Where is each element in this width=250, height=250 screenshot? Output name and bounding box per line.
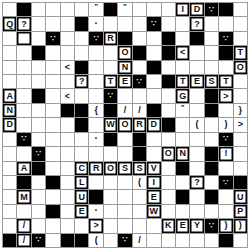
grid-cell-r10c14[interactable] [190,133,204,147]
letter-cell-r4c17[interactable]: T [234,46,248,60]
grid-cell-r17c12[interactable] [162,234,176,248]
grid-cell-r11c2[interactable] [17,147,31,161]
face-cell-r17c3[interactable]: ∵ [32,234,46,248]
letter-cell-r12c9[interactable]: S [118,162,132,176]
symbol-cell-r5c5[interactable]: < [61,61,75,75]
grid-cell-r4c14[interactable] [190,46,204,60]
black-cell-r13c2[interactable] [17,176,31,190]
grid-cell-r17c13[interactable] [176,234,190,248]
grid-cell-r14c8[interactable] [104,190,118,204]
face-cell-r10c2[interactable]: ∵ [17,133,31,147]
symbol-cell-r2c14[interactable]: ? [190,17,204,31]
grid-cell-r14c3[interactable] [32,190,46,204]
grid-cell-r5c4[interactable] [46,61,60,75]
grid-cell-r13c13[interactable] [176,176,190,190]
dots-face-icon: ∵ [223,135,228,143]
dots-face-icon: ∵ [223,179,228,187]
grid-cell-r5c12[interactable] [162,61,176,75]
grid-cell-r10c1[interactable] [3,133,17,147]
black-cell-r14c7[interactable] [89,190,103,204]
symbol-cell-r16c16[interactable]: ) [219,219,233,233]
symbol-cell-r2c7[interactable]: · [89,17,103,31]
grid-cell-r4c7[interactable] [89,46,103,60]
grid-cell-r7c12[interactable] [162,89,176,103]
grid-cell-r15c13[interactable] [176,205,190,219]
letter-cell-r15c11[interactable]: W [147,205,161,219]
grid-cell-r1c5[interactable] [61,3,75,17]
grid-cell-r9c5[interactable] [61,118,75,132]
grid-cell-r6c2[interactable] [17,75,31,89]
black-cell-r4c10[interactable] [133,46,147,60]
grid-cell-r6c7[interactable] [89,75,103,89]
black-cell-r10c8[interactable] [104,133,118,147]
grid-cell-r2c12[interactable] [162,17,176,31]
grid-cell-r16c6[interactable] [75,219,89,233]
grid-cell-r12c14[interactable] [190,162,204,176]
face-cell-r7c8[interactable]: ∵ [104,89,118,103]
grid-cell-r17c17[interactable] [234,234,248,248]
grid-cell-r15c8[interactable] [104,205,118,219]
symbol-cell-r1c7[interactable]: " [89,3,103,17]
grid-cell-r10c4[interactable] [46,133,60,147]
black-cell-r8c6[interactable] [75,104,89,118]
grid-cell-r1c11[interactable] [147,3,161,17]
black-cell-r17c6[interactable] [75,234,89,248]
grid-cell-r10c15[interactable] [205,133,219,147]
grid-cell-r3c3[interactable] [32,32,46,46]
symbol-cell-r7c5[interactable]: < [61,89,75,103]
grid-cell-r13c1[interactable] [3,176,17,190]
face-cell-r6c10[interactable]: ∵ [133,75,147,89]
grid-cell-r1c3[interactable] [32,3,46,17]
grid-cell-r10c11[interactable] [147,133,161,147]
grid-cell-r14c10[interactable] [133,190,147,204]
grid-cell-r3c6[interactable] [75,32,89,46]
symbol-cell-r16c7[interactable]: > [89,219,103,233]
grid-cell-r5c14[interactable] [190,61,204,75]
symbol-cell-r15c7[interactable]: · [89,205,103,219]
black-cell-r11c10[interactable] [133,147,147,161]
black-cell-r1c8[interactable] [104,3,118,17]
grid-cell-r3c13[interactable] [176,32,190,46]
letter-cell-r6c9[interactable]: E [118,75,132,89]
grid-cell-r17c8[interactable] [104,234,118,248]
face-cell-r13c16[interactable]: ∵ [219,176,233,190]
grid-cell-r13c15[interactable] [205,176,219,190]
letter-cell-r7c1[interactable]: A [3,89,17,103]
grid-cell-r6c5[interactable] [61,75,75,89]
letter-cell-r12c11[interactable]: V [147,162,161,176]
black-cell-r6c12[interactable] [162,75,176,89]
grid-cell-r2c4[interactable] [46,17,60,31]
letter-cell-r9c8[interactable]: W [104,118,118,132]
grid-cell-r5c8[interactable] [104,61,118,75]
dots-face-icon: ∵ [36,150,41,158]
grid-cell-r2c15[interactable] [205,17,219,31]
letter-cell-r16c12[interactable]: K [162,219,176,233]
grid-cell-r9c13[interactable] [176,118,190,132]
letter-cell-r6c8[interactable]: T [104,75,118,89]
symbol-cell-r17c7[interactable]: ( [89,234,103,248]
black-cell-r1c2[interactable] [17,3,31,17]
grid-cell-r7c4[interactable] [46,89,60,103]
black-cell-r7c3[interactable] [32,89,46,103]
letter-cell-r5c9[interactable]: N [118,61,132,75]
grid-cell-r4c2[interactable] [17,46,31,60]
grid-cell-r2c16[interactable] [219,17,233,31]
grid-cell-r14c16[interactable] [219,190,233,204]
grid-cell-r1c17[interactable] [234,3,248,17]
grid-cell-r14c5[interactable] [61,190,75,204]
grid-cell-r5c2[interactable] [17,61,31,75]
grid-cell-r1c12[interactable] [162,3,176,17]
face-cell-r1c15[interactable]: ∵ [205,3,219,17]
letter-cell-r14c17[interactable]: U [234,190,248,204]
black-cell-r3c12[interactable] [162,32,176,46]
grid-cell-r15c10[interactable] [133,205,147,219]
grid-cell-r7c7[interactable] [89,89,103,103]
grid-cell-r17c15[interactable] [205,234,219,248]
grid-cell-r7c14[interactable] [190,89,204,103]
letter-cell-r5c17[interactable]: O [234,61,248,75]
symbol-cell-r10c7[interactable]: · [89,133,103,147]
black-cell-r12c15[interactable] [205,162,219,176]
grid-cell-r8c2[interactable] [17,104,31,118]
grid-cell-r2c5[interactable] [61,17,75,31]
grid-cell-r6c17[interactable] [234,75,248,89]
grid-cell-r7c11[interactable] [147,89,161,103]
grid-cell-r14c14[interactable] [190,190,204,204]
symbol-cell-r9c17[interactable]: > [234,118,248,132]
grid-cell-r7c10[interactable] [133,89,147,103]
grid-cell-r10c17[interactable] [234,133,248,147]
letter-cell-r3c8[interactable]: R [104,32,118,46]
grid-cell-r2c13[interactable] [176,17,190,31]
black-cell-r5c6[interactable] [75,61,89,75]
black-cell-r17c5[interactable] [61,234,75,248]
grid-cell-r15c5[interactable] [61,205,75,219]
grid-cell-r6c1[interactable] [3,75,17,89]
symbol-cell-r8c10[interactable]: / [133,104,147,118]
letter-cell-r13c6[interactable]: L [75,176,89,190]
letter-cell-r1c14[interactable]: D [190,3,204,17]
letter-cell-r15c17[interactable]: P [234,205,248,219]
grid-cell-r16c9[interactable] [118,219,132,233]
black-cell-r1c16[interactable] [219,3,233,17]
black-cell-r8c5[interactable] [61,104,75,118]
grid-cell-r13c8[interactable] [104,176,118,190]
black-cell-r13c17[interactable] [234,176,248,190]
grid-cell-r14c9[interactable] [118,190,132,204]
black-cell-r4c3[interactable] [32,46,46,60]
grid-cell-r11c11[interactable] [147,147,161,161]
letter-cell-r4c9[interactable]: O [118,46,132,60]
black-cell-r4c12[interactable] [162,46,176,60]
letter-cell-r14c2[interactable]: M [17,190,31,204]
grid-cell-r16c3[interactable] [32,219,46,233]
grid-cell-r8c12[interactable] [162,104,176,118]
grid-cell-r16c10[interactable] [133,219,147,233]
face-cell-r17c9[interactable]: ∵ [118,234,132,248]
black-cell-r12c13[interactable] [176,162,190,176]
black-cell-r3c9[interactable] [118,32,132,46]
grid-cell-r14c4[interactable] [46,190,60,204]
black-cell-r3c14[interactable] [190,32,204,46]
grid-cell-r11c8[interactable] [104,147,118,161]
grid-cell-r17c11[interactable] [147,234,161,248]
dots-face-icon: ∵ [223,35,228,43]
grid-cell-r12c4[interactable] [46,162,60,176]
letter-cell-r12c2[interactable]: A [17,162,31,176]
grid-cell-r11c5[interactable] [61,147,75,161]
letter-cell-r6c16[interactable]: T [219,75,233,89]
grid-cell-r10c3[interactable] [32,133,46,147]
grid-cell-r4c15[interactable] [205,46,219,60]
grid-cell-r16c8[interactable] [104,219,118,233]
grid-cell-r17c14[interactable] [190,234,204,248]
grid-cell-r1c6[interactable] [75,3,89,17]
dots-face-icon: ∵ [122,236,127,244]
grid-cell-r5c10[interactable] [133,61,147,75]
black-cell-r9c12[interactable] [162,118,176,132]
grid-cell-r9c2[interactable] [17,118,31,132]
letter-cell-r7c13[interactable]: G [176,89,190,103]
black-cell-r7c15[interactable] [205,89,219,103]
symbol-cell-r8c13[interactable]: " [176,104,190,118]
grid-cell-r7c17[interactable] [234,89,248,103]
grid-cell-r8c16[interactable] [219,104,233,118]
letter-cell-r11c13[interactable]: N [176,147,190,161]
black-cell-r5c11[interactable] [147,61,161,75]
symbol-cell-r9c16[interactable]: ) [219,118,233,132]
letter-cell-r12c6[interactable]: C [75,162,89,176]
symbol-cell-r7c16[interactable]: > [219,89,233,103]
letter-cell-r2c1[interactable]: Q [3,17,17,31]
dots-face-icon: ∵ [209,6,214,14]
grid-cell-r5c13[interactable] [176,61,190,75]
black-cell-r9c6[interactable] [75,118,89,132]
grid-cell-r7c2[interactable] [17,89,31,103]
grid-cell-r3c11[interactable] [147,32,161,46]
symbol-cell-r17c10[interactable]: / [133,234,147,248]
black-cell-r14c13[interactable] [176,190,190,204]
grid-cell-r7c9[interactable] [118,89,132,103]
grid-cell-r15c15[interactable] [205,205,219,219]
grid-cell-r10c6[interactable] [75,133,89,147]
symbol-cell-r4c13[interactable]: < [176,46,190,60]
letter-cell-r12c7[interactable]: R [89,162,103,176]
grid-cell-r14c1[interactable] [3,190,17,204]
letter-cell-r12c10[interactable]: S [133,162,147,176]
grid-cell-r12c16[interactable] [219,162,233,176]
symbol-cell-r13c10[interactable]: ( [133,176,147,190]
grid-cell-r12c17[interactable] [234,162,248,176]
grid-cell-r10c12[interactable] [162,133,176,147]
grid-cell-r11c1[interactable] [3,147,17,161]
grid-cell-r11c14[interactable] [190,147,204,161]
grid-cell-r10c5[interactable] [61,133,75,147]
face-cell-r16c15[interactable]: ∵ [205,219,219,233]
black-cell-r2c6[interactable] [75,17,89,31]
grid-cell-r15c1[interactable] [3,205,17,219]
symbol-cell-r16c2[interactable]: / [17,219,31,233]
black-cell-r4c16[interactable] [219,46,233,60]
letter-cell-r14c6[interactable]: U [75,190,89,204]
black-cell-r10c10[interactable] [133,133,147,147]
grid-cell-r13c5[interactable] [61,176,75,190]
black-cell-r11c15[interactable] [205,147,219,161]
grid-cell-r15c14[interactable] [190,205,204,219]
grid-cell-r2c9[interactable] [118,17,132,31]
black-cell-r14c15[interactable] [205,190,219,204]
grid-cell-r3c17[interactable] [234,32,248,46]
grid-cell-r2c3[interactable] [32,17,46,31]
grid-cell-r17c4[interactable] [46,234,60,248]
grid-cell-r9c7[interactable] [89,118,103,132]
grid-cell-r8c14[interactable] [190,104,204,118]
grid-cell-r4c5[interactable] [61,46,75,60]
grid-cell-r15c9[interactable] [118,205,132,219]
letter-cell-r9c9[interactable]: O [118,118,132,132]
grid-cell-r1c4[interactable] [46,3,60,17]
face-cell-r3c16[interactable]: ∵ [219,32,233,46]
grid-cell-r2c8[interactable] [104,17,118,31]
symbol-cell-r9c14[interactable]: ( [190,118,204,132]
face-cell-r2c11[interactable]: ∵ [147,17,161,31]
grid-cell-r14c12[interactable] [162,190,176,204]
letter-cell-r16c14[interactable]: Y [190,219,204,233]
dots-face-icon: ∵ [50,35,55,43]
letter-cell-r9c1[interactable]: D [3,118,17,132]
letter-cell-r6c14[interactable]: E [190,75,204,89]
letter-cell-r11c12[interactable]: O [162,147,176,161]
grid-cell-r8c3[interactable] [32,104,46,118]
grid-cell-r5c16[interactable] [219,61,233,75]
letter-cell-r8c1[interactable]: N [3,104,17,118]
grid-cell-r12c5[interactable] [61,162,75,176]
face-cell-r10c16[interactable]: ∵ [219,133,233,147]
grid-cell-r12c1[interactable] [3,162,17,176]
letter-cell-r14c11[interactable]: E [147,190,161,204]
symbol-cell-r17c2[interactable]: / [17,234,31,248]
dots-face-icon: ∵ [22,135,27,143]
symbol-cell-r8c7[interactable]: { [89,104,103,118]
grid-cell-r9c15[interactable] [205,118,219,132]
grid-cell-r11c7[interactable] [89,147,103,161]
grid-cell-r11c6[interactable] [75,147,89,161]
black-cell-r12c3[interactable] [32,162,46,176]
letter-cell-r16c13[interactable]: E [176,219,190,233]
letter-cell-r6c15[interactable]: S [205,75,219,89]
grid-cell-r4c6[interactable] [75,46,89,60]
grid-cell-r12c12[interactable] [162,162,176,176]
grid-cell-r11c4[interactable] [46,147,60,161]
grid-cell-r10c13[interactable] [176,133,190,147]
grid-cell-r16c1[interactable] [3,219,17,233]
grid-cell-r10c9[interactable] [118,133,132,147]
black-cell-r17c16[interactable] [219,234,233,248]
grid-cell-r13c12[interactable] [162,176,176,190]
grid-cell-r3c5[interactable] [61,32,75,46]
grid-cell-r15c16[interactable] [219,205,233,219]
symbol-cell-r16c17[interactable]: ) [234,219,248,233]
dots-face-icon: ∵ [209,222,214,230]
black-cell-r15c4[interactable] [46,205,60,219]
symbol-cell-r1c9[interactable]: " [118,3,132,17]
grid-cell-r5c3[interactable] [32,61,46,75]
grid-cell-r8c4[interactable] [46,104,60,118]
puzzle-grid: ""ID∵Q?·∵?∵∵R∵O<T<NO?TE∵TESTA<∵G>N{//"}D… [2,2,248,248]
symbol-cell-r13c14[interactable]: ? [190,176,204,190]
grid-cell-r15c2[interactable] [17,205,31,219]
grid-cell-r3c1[interactable] [3,32,17,46]
grid-cell-r13c9[interactable] [118,176,132,190]
grid-cell-r4c4[interactable] [46,46,60,60]
grid-cell-r16c5[interactable] [61,219,75,233]
black-cell-r8c15[interactable] [205,104,219,118]
black-cell-r8c11[interactable] [147,104,161,118]
grid-cell-r7c6[interactable] [75,89,89,103]
black-cell-r8c8[interactable] [104,104,118,118]
letter-cell-r9c10[interactable]: R [133,118,147,132]
grid-cell-r16c4[interactable] [46,219,60,233]
symbol-cell-r8c9[interactable]: / [118,104,132,118]
symbol-cell-r6c6[interactable]: ? [75,75,89,89]
letter-cell-r12c8[interactable]: O [104,162,118,176]
grid-cell-r5c7[interactable] [89,61,103,75]
grid-cell-r1c10[interactable] [133,3,147,17]
grid-cell-r1c1[interactable] [3,3,17,17]
boxed-empty-cell-r3c2[interactable] [17,32,31,46]
black-cell-r17c1[interactable] [3,234,17,248]
letter-cell-r1c13[interactable]: I [176,3,190,17]
grid-cell-r3c15[interactable] [205,32,219,46]
grid-cell-r2c17[interactable] [234,17,248,31]
grid-cell-r13c3[interactable] [32,176,46,190]
grid-cell-r4c1[interactable] [3,46,17,60]
grid-cell-r9c4[interactable] [46,118,60,132]
symbol-cell-r11c16[interactable]: ! [219,147,233,161]
grid-cell-r3c10[interactable] [133,32,147,46]
grid-cell-r9c3[interactable] [32,118,46,132]
letter-cell-r9c11[interactable]: D [147,118,161,132]
grid-cell-r15c12[interactable] [162,205,176,219]
face-cell-r3c7[interactable]: ∵ [89,32,103,46]
grid-cell-r11c17[interactable] [234,147,248,161]
black-cell-r13c4[interactable] [46,176,60,190]
grid-cell-r15c3[interactable] [32,205,46,219]
grid-cell-r11c9[interactable] [118,147,132,161]
grid-cell-r4c8[interactable] [104,46,118,60]
letter-cell-r13c11[interactable]: I [147,176,161,190]
letter-cell-r6c13[interactable]: T [176,75,190,89]
grid-cell-r6c11[interactable] [147,75,161,89]
dots-face-icon: ∵ [94,35,99,43]
face-cell-r11c3[interactable]: ∵ [32,147,46,161]
grid-cell-r6c4[interactable] [46,75,60,89]
grid-cell-r5c1[interactable] [3,61,17,75]
letter-cell-r15c6[interactable]: E [75,205,89,219]
symbol-cell-r2c2[interactable]: ? [17,17,31,31]
symbol-cell-r8c17[interactable]: } [234,104,248,118]
grid-cell-r4c11[interactable] [147,46,161,60]
grid-cell-r13c7[interactable] [89,176,103,190]
grid-cell-r5c15[interactable] [205,61,219,75]
grid-cell-r2c10[interactable] [133,17,147,31]
grid-cell-r6c3[interactable] [32,75,46,89]
face-cell-r3c4[interactable]: ∵ [46,32,60,46]
grid-cell-r16c11[interactable] [147,219,161,233]
